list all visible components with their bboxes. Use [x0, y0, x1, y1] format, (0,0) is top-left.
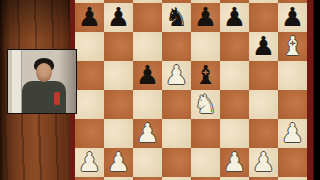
square-d7[interactable]: ♞: [162, 3, 191, 32]
piece-white-rook[interactable]: ♜: [78, 177, 101, 180]
wood-panel: [0, 0, 70, 180]
square-c7[interactable]: [133, 3, 162, 32]
piece-black-pawn[interactable]: ♟: [194, 3, 217, 32]
piece-black-pawn[interactable]: ♟: [107, 3, 130, 32]
piece-black-pawn[interactable]: ♟: [281, 3, 304, 32]
piece-white-bishop[interactable]: ♝: [223, 177, 246, 180]
square-d5[interactable]: ♟: [162, 61, 191, 90]
square-h1[interactable]: ♜: [278, 177, 307, 180]
square-b2[interactable]: ♟: [104, 148, 133, 177]
square-f5[interactable]: [220, 61, 249, 90]
square-e2[interactable]: [191, 148, 220, 177]
square-e5[interactable]: ♝: [191, 61, 220, 90]
square-b6[interactable]: [104, 32, 133, 61]
square-b7[interactable]: ♟: [104, 3, 133, 32]
piece-white-pawn[interactable]: ♟: [223, 148, 246, 177]
square-c5[interactable]: ♟: [133, 61, 162, 90]
square-e3[interactable]: [191, 119, 220, 148]
piece-white-king[interactable]: ♚: [194, 177, 217, 180]
chess-board-frame: ♜♝♛♜♚♟♟♞♟♟♟♟♝♟♟♝♞♟♟♟♟♟♟♜♛♚♝♜: [69, 0, 313, 180]
presenter-face: [36, 63, 52, 82]
piece-white-pawn[interactable]: ♟: [252, 148, 275, 177]
square-d4[interactable]: [162, 90, 191, 119]
piece-white-pawn[interactable]: ♟: [165, 61, 188, 90]
piece-white-pawn[interactable]: ♟: [78, 148, 101, 177]
square-h5[interactable]: [278, 61, 307, 90]
webcam-doorframe: [12, 50, 22, 113]
piece-black-pawn[interactable]: ♟: [78, 3, 101, 32]
square-f3[interactable]: [220, 119, 249, 148]
square-a5[interactable]: [75, 61, 104, 90]
square-c4[interactable]: [133, 90, 162, 119]
square-a7[interactable]: ♟: [75, 3, 104, 32]
square-a4[interactable]: [75, 90, 104, 119]
square-g6[interactable]: ♟: [249, 32, 278, 61]
square-b4[interactable]: [104, 90, 133, 119]
square-e6[interactable]: [191, 32, 220, 61]
piece-white-queen[interactable]: ♛: [165, 177, 188, 180]
square-h3[interactable]: ♟: [278, 119, 307, 148]
presenter-held-object: [54, 92, 60, 105]
square-f4[interactable]: [220, 90, 249, 119]
piece-white-pawn[interactable]: ♟: [136, 119, 159, 148]
piece-white-knight[interactable]: ♞: [194, 90, 217, 119]
square-c6[interactable]: [133, 32, 162, 61]
square-h6[interactable]: ♝: [278, 32, 307, 61]
piece-white-pawn[interactable]: ♟: [107, 148, 130, 177]
square-g2[interactable]: ♟: [249, 148, 278, 177]
square-g5[interactable]: [249, 61, 278, 90]
piece-white-bishop[interactable]: ♝: [281, 32, 304, 61]
square-d2[interactable]: [162, 148, 191, 177]
chess-board[interactable]: ♜♝♛♜♚♟♟♞♟♟♟♟♝♟♟♝♞♟♟♟♟♟♟♜♛♚♝♜: [75, 0, 307, 180]
square-h7[interactable]: ♟: [278, 3, 307, 32]
piece-white-rook[interactable]: ♜: [281, 177, 304, 180]
piece-black-bishop[interactable]: ♝: [194, 61, 217, 90]
square-a6[interactable]: [75, 32, 104, 61]
webcam-overlay: [7, 49, 77, 114]
square-d6[interactable]: [162, 32, 191, 61]
square-c2[interactable]: [133, 148, 162, 177]
square-d1[interactable]: ♛: [162, 177, 191, 180]
square-f7[interactable]: ♟: [220, 3, 249, 32]
square-c3[interactable]: ♟: [133, 119, 162, 148]
video-frame: ♜♝♛♜♚♟♟♞♟♟♟♟♝♟♟♝♞♟♟♟♟♟♟♜♛♚♝♜: [0, 0, 320, 180]
piece-black-knight[interactable]: ♞: [165, 3, 188, 32]
piece-black-pawn[interactable]: ♟: [252, 32, 275, 61]
square-a3[interactable]: [75, 119, 104, 148]
square-g7[interactable]: [249, 3, 278, 32]
square-c1[interactable]: [133, 177, 162, 180]
piece-white-pawn[interactable]: ♟: [281, 119, 304, 148]
square-e7[interactable]: ♟: [191, 3, 220, 32]
square-h2[interactable]: [278, 148, 307, 177]
piece-black-pawn[interactable]: ♟: [136, 61, 159, 90]
square-g3[interactable]: [249, 119, 278, 148]
square-g4[interactable]: [249, 90, 278, 119]
square-f1[interactable]: ♝: [220, 177, 249, 180]
piece-black-pawn[interactable]: ♟: [223, 3, 246, 32]
square-d3[interactable]: [162, 119, 191, 148]
square-g1[interactable]: [249, 177, 278, 180]
square-b3[interactable]: [104, 119, 133, 148]
square-b5[interactable]: [104, 61, 133, 90]
square-f2[interactable]: ♟: [220, 148, 249, 177]
square-e4[interactable]: ♞: [191, 90, 220, 119]
square-b1[interactable]: [104, 177, 133, 180]
square-a1[interactable]: ♜: [75, 177, 104, 180]
square-e1[interactable]: ♚: [191, 177, 220, 180]
square-a2[interactable]: ♟: [75, 148, 104, 177]
square-h4[interactable]: [278, 90, 307, 119]
square-f6[interactable]: [220, 32, 249, 61]
